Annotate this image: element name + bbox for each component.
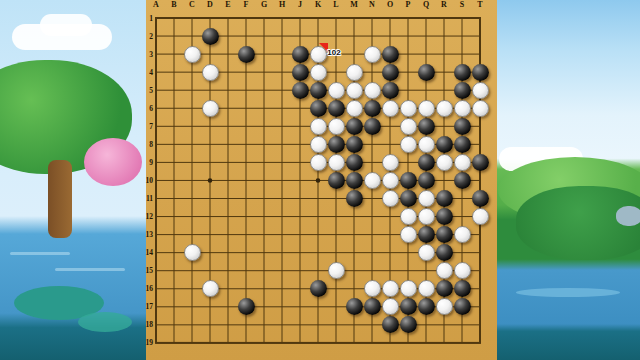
black-stone-S16 xyxy=(454,280,471,297)
white-stone-M5 xyxy=(346,82,363,99)
black-stone-L8 xyxy=(328,136,345,153)
white-stone-L9 xyxy=(328,154,345,171)
white-stone-T12 xyxy=(472,208,489,225)
column-label-N: N xyxy=(366,0,378,10)
black-stone-P18 xyxy=(400,316,417,333)
white-stone-D4 xyxy=(202,64,219,81)
white-stone-O10 xyxy=(382,172,399,189)
white-stone-M6 xyxy=(346,100,363,117)
white-stone-P12 xyxy=(400,208,417,225)
white-stone-K9 xyxy=(310,154,327,171)
column-label-E: E xyxy=(222,0,234,10)
black-stone-K16 xyxy=(310,280,327,297)
white-stone-R6 xyxy=(436,100,453,117)
black-stone-L10 xyxy=(328,172,345,189)
black-stone-Q9 xyxy=(418,154,435,171)
black-stone-N17 xyxy=(364,298,381,315)
black-stone-P11 xyxy=(400,190,417,207)
white-stone-C3 xyxy=(184,46,201,63)
black-stone-M17 xyxy=(346,298,363,315)
column-label-O: O xyxy=(384,0,396,10)
black-stone-S17 xyxy=(454,298,471,315)
white-stone-L15 xyxy=(328,262,345,279)
black-stone-O18 xyxy=(382,316,399,333)
white-stone-Q11 xyxy=(418,190,435,207)
column-label-F: F xyxy=(240,0,252,10)
white-stone-Q14 xyxy=(418,244,435,261)
column-label-H: H xyxy=(276,0,288,10)
black-stone-P10 xyxy=(400,172,417,189)
row-label-16: 16 xyxy=(138,284,153,293)
lily-pad-icon xyxy=(78,312,132,332)
white-stone-C14 xyxy=(184,244,201,261)
column-label-C: C xyxy=(186,0,198,10)
water-ripple xyxy=(516,288,620,297)
black-stone-L6 xyxy=(328,100,345,117)
white-stone-Q6 xyxy=(418,100,435,117)
column-label-P: P xyxy=(402,0,414,10)
column-label-M: M xyxy=(348,0,360,10)
left-scenery-background xyxy=(0,0,146,360)
white-stone-R17 xyxy=(436,298,453,315)
black-stone-S4 xyxy=(454,64,471,81)
black-stone-T11 xyxy=(472,190,489,207)
black-stone-M10 xyxy=(346,172,363,189)
black-stone-S8 xyxy=(454,136,471,153)
white-stone-T6 xyxy=(472,100,489,117)
white-stone-N16 xyxy=(364,280,381,297)
column-label-D: D xyxy=(204,0,216,10)
black-stone-N7 xyxy=(364,118,381,135)
column-label-A: A xyxy=(150,0,162,10)
move-number-label: 102 xyxy=(322,48,346,57)
row-label-1: 1 xyxy=(138,14,153,23)
white-stone-S9 xyxy=(454,154,471,171)
row-label-13: 13 xyxy=(138,230,153,239)
black-stone-T9 xyxy=(472,154,489,171)
white-stone-O6 xyxy=(382,100,399,117)
cloud-icon xyxy=(40,14,92,36)
black-stone-M7 xyxy=(346,118,363,135)
white-stone-P16 xyxy=(400,280,417,297)
black-stone-R13 xyxy=(436,226,453,243)
white-stone-S13 xyxy=(454,226,471,243)
white-stone-T5 xyxy=(472,82,489,99)
row-label-4: 4 xyxy=(138,68,153,77)
column-label-S: S xyxy=(456,0,468,10)
column-label-K: K xyxy=(312,0,324,10)
white-stone-K8 xyxy=(310,136,327,153)
black-stone-S10 xyxy=(454,172,471,189)
row-label-10: 10 xyxy=(138,176,153,185)
white-stone-P8 xyxy=(400,136,417,153)
black-stone-Q4 xyxy=(418,64,435,81)
black-stone-N6 xyxy=(364,100,381,117)
row-label-8: 8 xyxy=(138,140,153,149)
row-label-17: 17 xyxy=(138,302,153,311)
column-label-J: J xyxy=(294,0,306,10)
white-stone-Q12 xyxy=(418,208,435,225)
white-stone-P13 xyxy=(400,226,417,243)
white-stone-K7 xyxy=(310,118,327,135)
go-app-scene: ABCDEFGHJKLMNOPQRST123456789101112131415… xyxy=(0,0,640,360)
black-stone-T4 xyxy=(472,64,489,81)
flower-bush-icon xyxy=(84,138,142,186)
black-stone-P17 xyxy=(400,298,417,315)
water-ripple xyxy=(10,252,70,255)
white-stone-D16 xyxy=(202,280,219,297)
black-stone-S5 xyxy=(454,82,471,99)
white-stone-M4 xyxy=(346,64,363,81)
black-stone-K5 xyxy=(310,82,327,99)
row-label-5: 5 xyxy=(138,86,153,95)
black-stone-K6 xyxy=(310,100,327,117)
row-label-15: 15 xyxy=(138,266,153,275)
white-stone-P6 xyxy=(400,100,417,117)
white-stone-P7 xyxy=(400,118,417,135)
white-stone-L5 xyxy=(328,82,345,99)
black-stone-R8 xyxy=(436,136,453,153)
row-label-7: 7 xyxy=(138,122,153,131)
black-stone-D2 xyxy=(202,28,219,45)
black-stone-O3 xyxy=(382,46,399,63)
black-stone-Q10 xyxy=(418,172,435,189)
black-stone-J5 xyxy=(292,82,309,99)
black-stone-M8 xyxy=(346,136,363,153)
black-stone-Q13 xyxy=(418,226,435,243)
column-label-T: T xyxy=(474,0,486,10)
column-label-G: G xyxy=(258,0,270,10)
black-stone-Q7 xyxy=(418,118,435,135)
black-stone-R12 xyxy=(436,208,453,225)
black-stone-J4 xyxy=(292,64,309,81)
column-label-R: R xyxy=(438,0,450,10)
row-label-12: 12 xyxy=(138,212,153,221)
black-stone-S7 xyxy=(454,118,471,135)
white-stone-D6 xyxy=(202,100,219,117)
black-stone-O5 xyxy=(382,82,399,99)
black-stone-F17 xyxy=(238,298,255,315)
water-ripple xyxy=(55,268,125,271)
black-stone-Q17 xyxy=(418,298,435,315)
black-stone-O4 xyxy=(382,64,399,81)
white-stone-O11 xyxy=(382,190,399,207)
tree-trunk-icon xyxy=(48,160,72,238)
row-label-11: 11 xyxy=(138,194,153,203)
row-label-18: 18 xyxy=(138,320,153,329)
row-label-2: 2 xyxy=(138,32,153,41)
black-stone-M11 xyxy=(346,190,363,207)
white-stone-O16 xyxy=(382,280,399,297)
white-stone-Q8 xyxy=(418,136,435,153)
column-label-Q: Q xyxy=(420,0,432,10)
black-stone-R11 xyxy=(436,190,453,207)
white-stone-S6 xyxy=(454,100,471,117)
white-stone-S15 xyxy=(454,262,471,279)
black-stone-R14 xyxy=(436,244,453,261)
rock-icon xyxy=(616,206,640,226)
white-stone-N5 xyxy=(364,82,381,99)
white-stone-N3 xyxy=(364,46,381,63)
row-label-19: 19 xyxy=(138,338,153,347)
white-stone-K4 xyxy=(310,64,327,81)
row-label-9: 9 xyxy=(138,158,153,167)
black-stone-J3 xyxy=(292,46,309,63)
white-stone-R15 xyxy=(436,262,453,279)
white-stone-L7 xyxy=(328,118,345,135)
black-stone-R16 xyxy=(436,280,453,297)
white-stone-N10 xyxy=(364,172,381,189)
row-label-14: 14 xyxy=(138,248,153,257)
white-stone-R9 xyxy=(436,154,453,171)
white-stone-O17 xyxy=(382,298,399,315)
row-label-3: 3 xyxy=(138,50,153,59)
black-stone-F3 xyxy=(238,46,255,63)
white-stone-O9 xyxy=(382,154,399,171)
go-board[interactable]: ABCDEFGHJKLMNOPQRST123456789101112131415… xyxy=(146,0,497,360)
black-stone-M9 xyxy=(346,154,363,171)
column-label-B: B xyxy=(168,0,180,10)
column-label-L: L xyxy=(330,0,342,10)
row-label-6: 6 xyxy=(138,104,153,113)
white-stone-Q16 xyxy=(418,280,435,297)
